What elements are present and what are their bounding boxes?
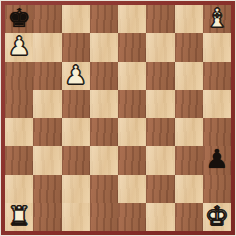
square-b3[interactable]	[33, 146, 61, 174]
square-c8[interactable]	[62, 5, 90, 33]
square-c2[interactable]	[62, 175, 90, 203]
chess-board: ♚♝♟♟♟♜♚	[5, 5, 231, 231]
square-c7[interactable]	[62, 33, 90, 61]
square-f4[interactable]	[146, 118, 174, 146]
square-g3[interactable]	[175, 146, 203, 174]
square-g2[interactable]	[175, 175, 203, 203]
piece-black-king: ♚	[7, 5, 30, 31]
square-f7[interactable]	[146, 33, 174, 61]
square-c3[interactable]	[62, 146, 90, 174]
square-c1[interactable]	[62, 203, 90, 231]
square-f1[interactable]	[146, 203, 174, 231]
square-a7[interactable]: ♟	[5, 33, 33, 61]
piece-white-king: ♚	[205, 203, 228, 229]
square-b1[interactable]	[33, 203, 61, 231]
square-g7[interactable]	[175, 33, 203, 61]
square-h5[interactable]	[203, 90, 231, 118]
square-g4[interactable]	[175, 118, 203, 146]
piece-white-pawn: ♟	[64, 62, 87, 88]
square-h3[interactable]: ♟	[203, 146, 231, 174]
piece-black-pawn: ♟	[205, 146, 228, 172]
square-d8[interactable]	[90, 5, 118, 33]
square-c5[interactable]	[62, 90, 90, 118]
square-c4[interactable]	[62, 118, 90, 146]
square-f8[interactable]	[146, 5, 174, 33]
board-frame: ♚♝♟♟♟♜♚	[1, 1, 235, 235]
square-f3[interactable]	[146, 146, 174, 174]
square-h7[interactable]	[203, 33, 231, 61]
square-a5[interactable]	[5, 90, 33, 118]
square-g6[interactable]	[175, 62, 203, 90]
square-d5[interactable]	[90, 90, 118, 118]
square-h8[interactable]: ♝	[203, 5, 231, 33]
board-outer-edge: ♚♝♟♟♟♜♚	[0, 0, 236, 236]
square-e4[interactable]	[118, 118, 146, 146]
square-h4[interactable]	[203, 118, 231, 146]
square-b8[interactable]	[33, 5, 61, 33]
square-e6[interactable]	[118, 62, 146, 90]
square-e8[interactable]	[118, 5, 146, 33]
square-a8[interactable]: ♚	[5, 5, 33, 33]
square-d1[interactable]	[90, 203, 118, 231]
piece-white-rook: ♜	[7, 203, 30, 229]
square-b7[interactable]	[33, 33, 61, 61]
square-c6[interactable]: ♟	[62, 62, 90, 90]
square-e7[interactable]	[118, 33, 146, 61]
square-h2[interactable]	[203, 175, 231, 203]
piece-white-bishop: ♝	[205, 5, 228, 31]
piece-white-pawn: ♟	[7, 33, 30, 59]
square-b4[interactable]	[33, 118, 61, 146]
square-d2[interactable]	[90, 175, 118, 203]
square-f6[interactable]	[146, 62, 174, 90]
square-d4[interactable]	[90, 118, 118, 146]
square-a3[interactable]	[5, 146, 33, 174]
square-b2[interactable]	[33, 175, 61, 203]
square-f2[interactable]	[146, 175, 174, 203]
square-h6[interactable]	[203, 62, 231, 90]
square-h1[interactable]: ♚	[203, 203, 231, 231]
square-e1[interactable]	[118, 203, 146, 231]
square-a1[interactable]: ♜	[5, 203, 33, 231]
square-f5[interactable]	[146, 90, 174, 118]
square-e5[interactable]	[118, 90, 146, 118]
square-g8[interactable]	[175, 5, 203, 33]
square-d7[interactable]	[90, 33, 118, 61]
square-e2[interactable]	[118, 175, 146, 203]
square-d3[interactable]	[90, 146, 118, 174]
square-a2[interactable]	[5, 175, 33, 203]
square-g1[interactable]	[175, 203, 203, 231]
square-d6[interactable]	[90, 62, 118, 90]
square-a6[interactable]	[5, 62, 33, 90]
square-g5[interactable]	[175, 90, 203, 118]
square-e3[interactable]	[118, 146, 146, 174]
square-a4[interactable]	[5, 118, 33, 146]
square-b6[interactable]	[33, 62, 61, 90]
square-b5[interactable]	[33, 90, 61, 118]
